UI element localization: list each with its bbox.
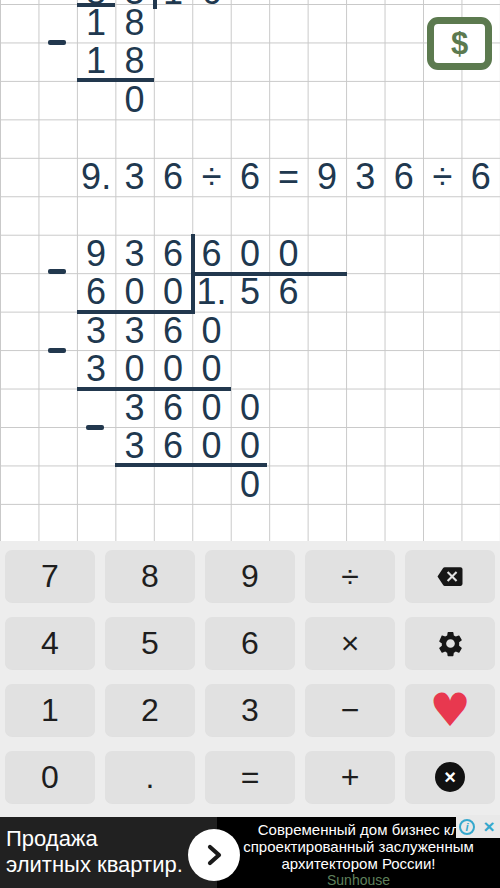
- worksheet-paper[interactable]: 181809.36÷6=936÷69366006001.563360300036…: [0, 0, 500, 541]
- math-digit: 9.: [77, 158, 115, 196]
- math-digit: 6: [77, 273, 115, 311]
- key-plus[interactable]: +: [305, 751, 395, 803]
- info-icon: i: [459, 819, 475, 835]
- math-digit: 9: [308, 158, 346, 196]
- math-digit: 0: [192, 312, 230, 350]
- math-digit: ÷: [423, 158, 461, 196]
- math-digit: 6: [462, 158, 500, 196]
- ad-right-line3: архитектором России!: [217, 855, 500, 872]
- math-digit: 6: [154, 312, 192, 350]
- math-digit: 6: [192, 235, 230, 273]
- key-1[interactable]: 1: [5, 684, 95, 736]
- key-equals[interactable]: =: [205, 751, 295, 803]
- key-decimal[interactable]: .: [105, 751, 195, 803]
- math-digit-clipped: 6: [192, 0, 230, 11]
- math-digit: 6: [385, 158, 423, 196]
- premium-dollar-button[interactable]: $: [427, 17, 492, 70]
- adchoices-button[interactable]: i: [456, 815, 478, 838]
- minus-sign: [48, 348, 66, 353]
- math-digit: 3: [115, 427, 153, 465]
- math-digit: 6: [269, 273, 307, 311]
- math-digit: 9: [77, 235, 115, 273]
- math-digit: 0: [154, 350, 192, 388]
- close-icon: ×: [483, 817, 494, 836]
- key-minus[interactable]: −: [305, 684, 395, 736]
- math-digit: 0: [269, 235, 307, 273]
- ad-brand: Sunhouse: [217, 872, 500, 888]
- math-digit: 6: [154, 158, 192, 196]
- math-digit: 0: [231, 466, 269, 504]
- key-5[interactable]: 5: [105, 617, 195, 669]
- math-digit: 0: [115, 81, 153, 119]
- math-digit: 3: [115, 235, 153, 273]
- minus-sign: [48, 40, 66, 45]
- math-digit: 3: [115, 389, 153, 427]
- math-digit: 6: [154, 235, 192, 273]
- key-favorite[interactable]: ♥: [405, 684, 495, 736]
- math-digit: 1: [77, 42, 115, 80]
- math-digit: 0: [154, 273, 192, 311]
- backspace-icon: [433, 564, 467, 589]
- math-digit: 5: [231, 273, 269, 311]
- ad-left-line2: элитных квартир.: [6, 852, 217, 878]
- calculator-keypad: 789÷ 456× 123−♥0.=+×: [0, 541, 500, 817]
- key-2[interactable]: 2: [105, 684, 195, 736]
- division-underline: [77, 387, 231, 391]
- ad-left-text[interactable]: Продажа элитных квартир.: [0, 817, 217, 888]
- math-digit-clipped: 1: [154, 0, 192, 11]
- division-underline: [191, 272, 348, 276]
- key-7[interactable]: 7: [5, 550, 95, 602]
- division-underline: [77, 78, 154, 82]
- math-digit-clipped: 3: [115, 0, 153, 11]
- heart-icon: ♥: [429, 684, 470, 736]
- key-settings[interactable]: [405, 617, 495, 669]
- division-underline: [115, 463, 267, 467]
- gear-icon: [436, 629, 465, 658]
- close-icon: ×: [435, 762, 465, 792]
- key-4[interactable]: 4: [5, 617, 95, 669]
- division-bar: [191, 234, 195, 312]
- math-digit: 0: [115, 350, 153, 388]
- math-digit: 0: [192, 350, 230, 388]
- math-digit: 1.: [192, 273, 230, 311]
- math-digit: 0: [231, 235, 269, 273]
- division-bar: [153, 0, 157, 9]
- math-digit: 3: [77, 350, 115, 388]
- ad-close-button[interactable]: ×: [478, 815, 500, 838]
- division-underline: [77, 3, 115, 7]
- key-9[interactable]: 9: [205, 550, 295, 602]
- minus-sign: [86, 425, 104, 430]
- key-divide[interactable]: ÷: [305, 550, 395, 602]
- ad-banner[interactable]: Продажа элитных квартир. Современный дом…: [0, 817, 500, 888]
- key-close[interactable]: ×: [405, 751, 495, 803]
- key-0[interactable]: 0: [5, 751, 95, 803]
- chevron-right-icon: [199, 840, 229, 870]
- math-digit: 0: [231, 427, 269, 465]
- key-multiply[interactable]: ×: [305, 617, 395, 669]
- math-digit: 6: [231, 158, 269, 196]
- math-digit: 0: [192, 427, 230, 465]
- key-3[interactable]: 3: [205, 684, 295, 736]
- math-digit: 0: [192, 389, 230, 427]
- math-digit: 3: [77, 312, 115, 350]
- math-digit: 3: [115, 312, 153, 350]
- ad-left-line1: Продажа: [6, 826, 217, 852]
- math-digit: 6: [154, 427, 192, 465]
- key-8[interactable]: 8: [105, 550, 195, 602]
- math-digit: =: [269, 158, 307, 196]
- dollar-icon: $: [451, 26, 468, 62]
- math-digit: 3: [115, 158, 153, 196]
- division-underline: [77, 310, 195, 314]
- key-6[interactable]: 6: [205, 617, 295, 669]
- ad-arrow-button[interactable]: [188, 829, 240, 881]
- math-digit: ÷: [192, 158, 230, 196]
- minus-sign: [48, 269, 66, 274]
- math-digit: 0: [231, 389, 269, 427]
- math-digit: 8: [115, 42, 153, 80]
- math-digit: 3: [346, 158, 384, 196]
- math-digit: 6: [154, 389, 192, 427]
- math-digit: 0: [115, 273, 153, 311]
- key-backspace[interactable]: [405, 550, 495, 602]
- ad-right-line2: спроектированный заслуженным: [217, 838, 500, 855]
